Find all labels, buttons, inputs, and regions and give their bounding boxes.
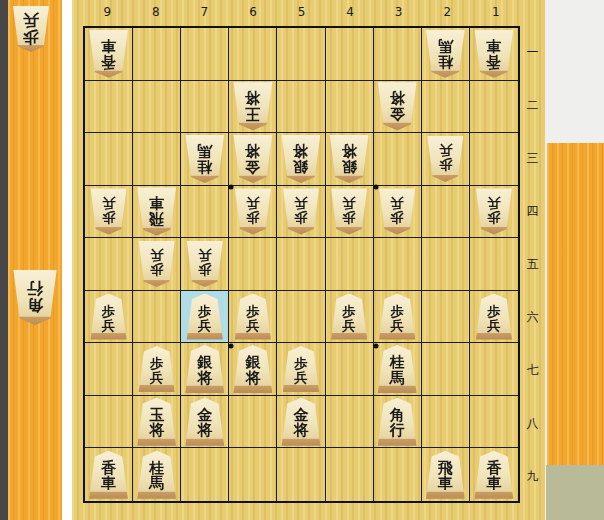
piece-gote-pawn[interactable]: 歩兵	[329, 188, 369, 234]
left-gap	[62, 0, 72, 520]
rank-label-8: 八	[520, 397, 545, 450]
piece-kanji: 歩兵	[246, 197, 260, 225]
piece-gote-pawn[interactable]: 歩兵	[89, 188, 129, 234]
piece-kanji: 金将	[245, 143, 260, 174]
piece-sente-pawn[interactable]: 歩兵	[89, 294, 129, 340]
rank-label-4: 四	[520, 185, 545, 238]
piece-kanji: 歩兵	[198, 304, 212, 332]
board-cell-9八[interactable]	[85, 396, 133, 449]
board-cell-4九[interactable]	[326, 448, 374, 501]
piece-kanji: 飛車	[149, 195, 164, 226]
board-cell-7九[interactable]	[181, 448, 229, 501]
board-cell-2六[interactable]	[422, 291, 470, 344]
board-cell-1一[interactable]: 香車	[470, 28, 518, 81]
board-cell-5一[interactable]	[277, 28, 325, 81]
board-cell-6三[interactable]: 金将	[229, 133, 277, 186]
piece-sente-pawn[interactable]: 歩兵	[233, 294, 273, 340]
piece-sente-bishop[interactable]: 角行	[376, 398, 419, 446]
board-cell-9一[interactable]: 香車	[85, 28, 133, 81]
board-grid: 香車桂馬香車王将金将桂馬金将銀将銀将歩兵歩兵飛車歩兵歩兵歩兵歩兵歩兵歩兵歩兵歩兵…	[83, 26, 520, 503]
board-cell-9五[interactable]	[85, 238, 133, 291]
board-cell-6二[interactable]: 王将	[229, 81, 277, 134]
board-cell-6九[interactable]	[229, 448, 277, 501]
piece-sente-pawn[interactable]: 歩兵	[377, 294, 417, 340]
window-edge-strip	[0, 0, 8, 520]
piece-kanji: 歩兵	[342, 197, 356, 225]
piece-kanji: 歩兵	[102, 304, 116, 332]
piece-sente-pawn[interactable]: 歩兵	[329, 294, 369, 340]
board-cell-9四[interactable]: 歩兵	[85, 186, 133, 239]
board-cell-1七[interactable]	[470, 343, 518, 396]
board-cell-3八[interactable]: 角行	[374, 396, 422, 449]
piece-kanji: 歩兵	[342, 304, 356, 332]
board-cell-9二[interactable]	[85, 81, 133, 134]
board-cell-8七[interactable]: 歩兵	[133, 343, 181, 396]
piece-sente-lance[interactable]: 香車	[472, 451, 515, 499]
board-cell-9七[interactable]	[85, 343, 133, 396]
hand-piece-gote-bishop[interactable]: 角行	[11, 270, 59, 325]
piece-kanji: 歩兵	[150, 356, 164, 384]
file-labels: 987654321	[83, 0, 520, 25]
piece-gote-lance[interactable]: 香車	[472, 30, 515, 78]
piece-sente-pawn[interactable]: 歩兵	[281, 346, 321, 392]
board-cell-7七[interactable]: 銀将	[181, 343, 229, 396]
piece-kanji: 金将	[197, 408, 212, 439]
file-label-2: 2	[423, 0, 472, 25]
board-cell-6八[interactable]	[229, 396, 277, 449]
board-cell-6四[interactable]: 歩兵	[229, 186, 277, 239]
board-cell-4五[interactable]	[326, 238, 374, 291]
piece-gote-pawn[interactable]: 歩兵	[377, 188, 417, 234]
gote-komadai: 歩兵角行	[8, 0, 62, 520]
piece-kanji: 歩兵	[198, 249, 212, 277]
piece-gote-pawn[interactable]: 歩兵	[233, 188, 273, 234]
piece-kanji: 歩兵	[102, 197, 116, 225]
shogi-board: 987654321 一二三四五六七八九 香車桂馬香車王将金将桂馬金将銀将銀将歩兵…	[72, 0, 545, 520]
board-cell-5九[interactable]	[277, 448, 325, 501]
board-cell-3九[interactable]	[374, 448, 422, 501]
board-cell-7六-last-move-highlight[interactable]: 歩兵	[181, 291, 229, 344]
piece-kanji: 歩兵	[294, 356, 308, 384]
board-cell-2五[interactable]	[422, 238, 470, 291]
piece-kanji: 銀将	[197, 355, 212, 386]
file-label-5: 5	[277, 0, 326, 25]
piece-kanji: 角行	[390, 408, 405, 439]
board-cell-2一[interactable]: 桂馬	[422, 28, 470, 81]
piece-gote-pawn[interactable]: 歩兵	[425, 136, 465, 182]
piece-sente-lance[interactable]: 香車	[87, 451, 130, 499]
rank-label-9: 九	[520, 450, 545, 503]
board-cell-7二[interactable]	[181, 81, 229, 134]
board-cell-3五[interactable]	[374, 238, 422, 291]
board-cell-3一[interactable]	[374, 28, 422, 81]
board-cell-7四[interactable]	[181, 186, 229, 239]
piece-kanji: 角行	[27, 280, 43, 313]
piece-kanji: 香車	[101, 461, 116, 492]
board-cell-1八[interactable]	[470, 396, 518, 449]
board-cell-2三[interactable]: 歩兵	[422, 133, 470, 186]
board-cell-6一[interactable]	[229, 28, 277, 81]
piece-gote-king[interactable]: 王将	[231, 82, 274, 130]
piece-kanji: 歩兵	[246, 304, 260, 332]
piece-gote-pawn[interactable]: 歩兵	[137, 241, 177, 287]
file-label-9: 9	[83, 0, 132, 25]
piece-gote-lance[interactable]: 香車	[87, 30, 130, 78]
board-cell-1九[interactable]: 香車	[470, 448, 518, 501]
board-cell-4二[interactable]	[326, 81, 374, 134]
board-cell-3七[interactable]: 桂馬	[374, 343, 422, 396]
board-cell-1三[interactable]	[470, 133, 518, 186]
piece-gote-pawn[interactable]: 歩兵	[281, 188, 321, 234]
piece-kanji: 金将	[293, 408, 308, 439]
rank-label-2: 二	[520, 79, 545, 132]
piece-sente-pawn[interactable]: 歩兵	[185, 294, 225, 340]
board-cell-2七[interactable]	[422, 343, 470, 396]
piece-sente-knight[interactable]: 桂馬	[135, 451, 178, 499]
piece-gote-silver[interactable]: 銀将	[328, 135, 371, 183]
board-cell-8五[interactable]: 歩兵	[133, 238, 181, 291]
board-cell-5四[interactable]: 歩兵	[277, 186, 325, 239]
board-cell-4一[interactable]	[326, 28, 374, 81]
piece-kanji: 歩兵	[439, 144, 453, 172]
piece-kanji: 王将	[245, 90, 260, 121]
piece-kanji: 桂馬	[438, 38, 453, 69]
hand-piece-gote-pawn[interactable]: 歩兵	[11, 6, 51, 52]
board-cell-9六[interactable]: 歩兵	[85, 291, 133, 344]
piece-kanji: 歩兵	[23, 12, 39, 45]
board-cell-3二[interactable]: 金将	[374, 81, 422, 134]
piece-gote-rook[interactable]: 飛車	[135, 187, 178, 235]
board-cell-3六[interactable]: 歩兵	[374, 291, 422, 344]
file-label-1: 1	[472, 0, 521, 25]
file-label-6: 6	[229, 0, 278, 25]
board-cell-8八[interactable]: 玉将	[133, 396, 181, 449]
piece-kanji: 桂馬	[197, 143, 212, 174]
board-cell-8一[interactable]	[133, 28, 181, 81]
board-cell-2八[interactable]	[422, 396, 470, 449]
board-cell-7八[interactable]: 金将	[181, 396, 229, 449]
piece-kanji: 飛車	[438, 461, 453, 492]
board-cell-9三[interactable]	[85, 133, 133, 186]
piece-gote-knight[interactable]: 桂馬	[424, 30, 467, 78]
board-cell-7三[interactable]: 桂馬	[181, 133, 229, 186]
board-cell-3三[interactable]	[374, 133, 422, 186]
board-cell-3四[interactable]: 歩兵	[374, 186, 422, 239]
piece-kanji: 桂馬	[390, 355, 405, 386]
board-cell-4六[interactable]: 歩兵	[326, 291, 374, 344]
piece-sente-pawn[interactable]: 歩兵	[137, 346, 177, 392]
board-cell-5六[interactable]	[277, 291, 325, 344]
piece-kanji: 金将	[390, 90, 405, 121]
board-cell-6六[interactable]: 歩兵	[229, 291, 277, 344]
piece-kanji: 歩兵	[487, 197, 501, 225]
bottom-right-panel	[546, 465, 604, 520]
piece-kanji: 香車	[486, 461, 501, 492]
piece-kanji: 歩兵	[150, 249, 164, 277]
board-cell-6七[interactable]: 銀将	[229, 343, 277, 396]
board-cell-2九[interactable]: 飛車	[422, 448, 470, 501]
board-cell-7一[interactable]	[181, 28, 229, 81]
piece-kanji: 歩兵	[487, 304, 501, 332]
board-cell-4三[interactable]: 銀将	[326, 133, 374, 186]
piece-gote-gold[interactable]: 金将	[231, 135, 274, 183]
piece-sente-silver[interactable]: 銀将	[231, 345, 274, 393]
board-cell-5七[interactable]: 歩兵	[277, 343, 325, 396]
board-cell-5五[interactable]	[277, 238, 325, 291]
piece-kanji: 銀将	[342, 143, 357, 174]
file-label-7: 7	[180, 0, 229, 25]
piece-sente-king[interactable]: 玉将	[135, 398, 178, 446]
piece-gote-knight[interactable]: 桂馬	[183, 135, 226, 183]
board-cell-8二[interactable]	[133, 81, 181, 134]
piece-kanji: 銀将	[245, 355, 260, 386]
rank-label-1: 一	[520, 26, 545, 79]
board-cell-6五[interactable]	[229, 238, 277, 291]
board-cell-4七[interactable]	[326, 343, 374, 396]
piece-kanji: 桂馬	[149, 461, 164, 492]
piece-gote-gold[interactable]: 金将	[376, 82, 419, 130]
board-cell-1二[interactable]	[470, 81, 518, 134]
rank-labels: 一二三四五六七八九	[520, 26, 545, 503]
piece-kanji: 歩兵	[390, 197, 404, 225]
board-cell-7五[interactable]: 歩兵	[181, 238, 229, 291]
board-cell-4四[interactable]: 歩兵	[326, 186, 374, 239]
rank-label-3: 三	[520, 132, 545, 185]
board-cell-5八[interactable]: 金将	[277, 396, 325, 449]
piece-sente-rook[interactable]: 飛車	[424, 451, 467, 499]
piece-gote-silver[interactable]: 銀将	[279, 135, 322, 183]
board-cell-2二[interactable]	[422, 81, 470, 134]
board-cell-2四[interactable]	[422, 186, 470, 239]
piece-kanji: 香車	[101, 38, 116, 69]
board-cell-9九[interactable]: 香車	[85, 448, 133, 501]
piece-sente-silver[interactable]: 銀将	[183, 345, 226, 393]
board-cell-1四[interactable]: 歩兵	[470, 186, 518, 239]
piece-sente-gold[interactable]: 金将	[279, 398, 322, 446]
rank-label-7: 七	[520, 344, 545, 397]
piece-kanji: 銀将	[293, 143, 308, 174]
piece-kanji: 玉将	[149, 408, 164, 439]
rank-label-6: 六	[520, 291, 545, 344]
file-label-4: 4	[326, 0, 375, 25]
board-cell-8九[interactable]: 桂馬	[133, 448, 181, 501]
piece-sente-pawn[interactable]: 歩兵	[474, 294, 514, 340]
board-cell-8三[interactable]	[133, 133, 181, 186]
piece-gote-pawn[interactable]: 歩兵	[474, 188, 514, 234]
board-cell-5三[interactable]: 銀将	[277, 133, 325, 186]
file-label-8: 8	[132, 0, 181, 25]
rank-label-5: 五	[520, 238, 545, 291]
board-cell-1五[interactable]	[470, 238, 518, 291]
sente-komadai	[547, 143, 604, 465]
file-label-3: 3	[374, 0, 423, 25]
piece-sente-gold[interactable]: 金将	[183, 398, 226, 446]
board-cell-5二[interactable]	[277, 81, 325, 134]
board-cell-8四[interactable]: 飛車	[133, 186, 181, 239]
piece-kanji: 香車	[486, 38, 501, 69]
shogi-app: 歩兵角行 987654321 一二三四五六七八九 香車桂馬香車王将金将桂馬金将銀…	[0, 0, 604, 520]
piece-sente-knight[interactable]: 桂馬	[376, 345, 419, 393]
board-cell-8六[interactable]	[133, 291, 181, 344]
board-cell-1六[interactable]: 歩兵	[470, 291, 518, 344]
piece-gote-pawn[interactable]: 歩兵	[185, 241, 225, 287]
piece-kanji: 歩兵	[294, 197, 308, 225]
piece-kanji: 歩兵	[390, 304, 404, 332]
board-cell-4八[interactable]	[326, 396, 374, 449]
